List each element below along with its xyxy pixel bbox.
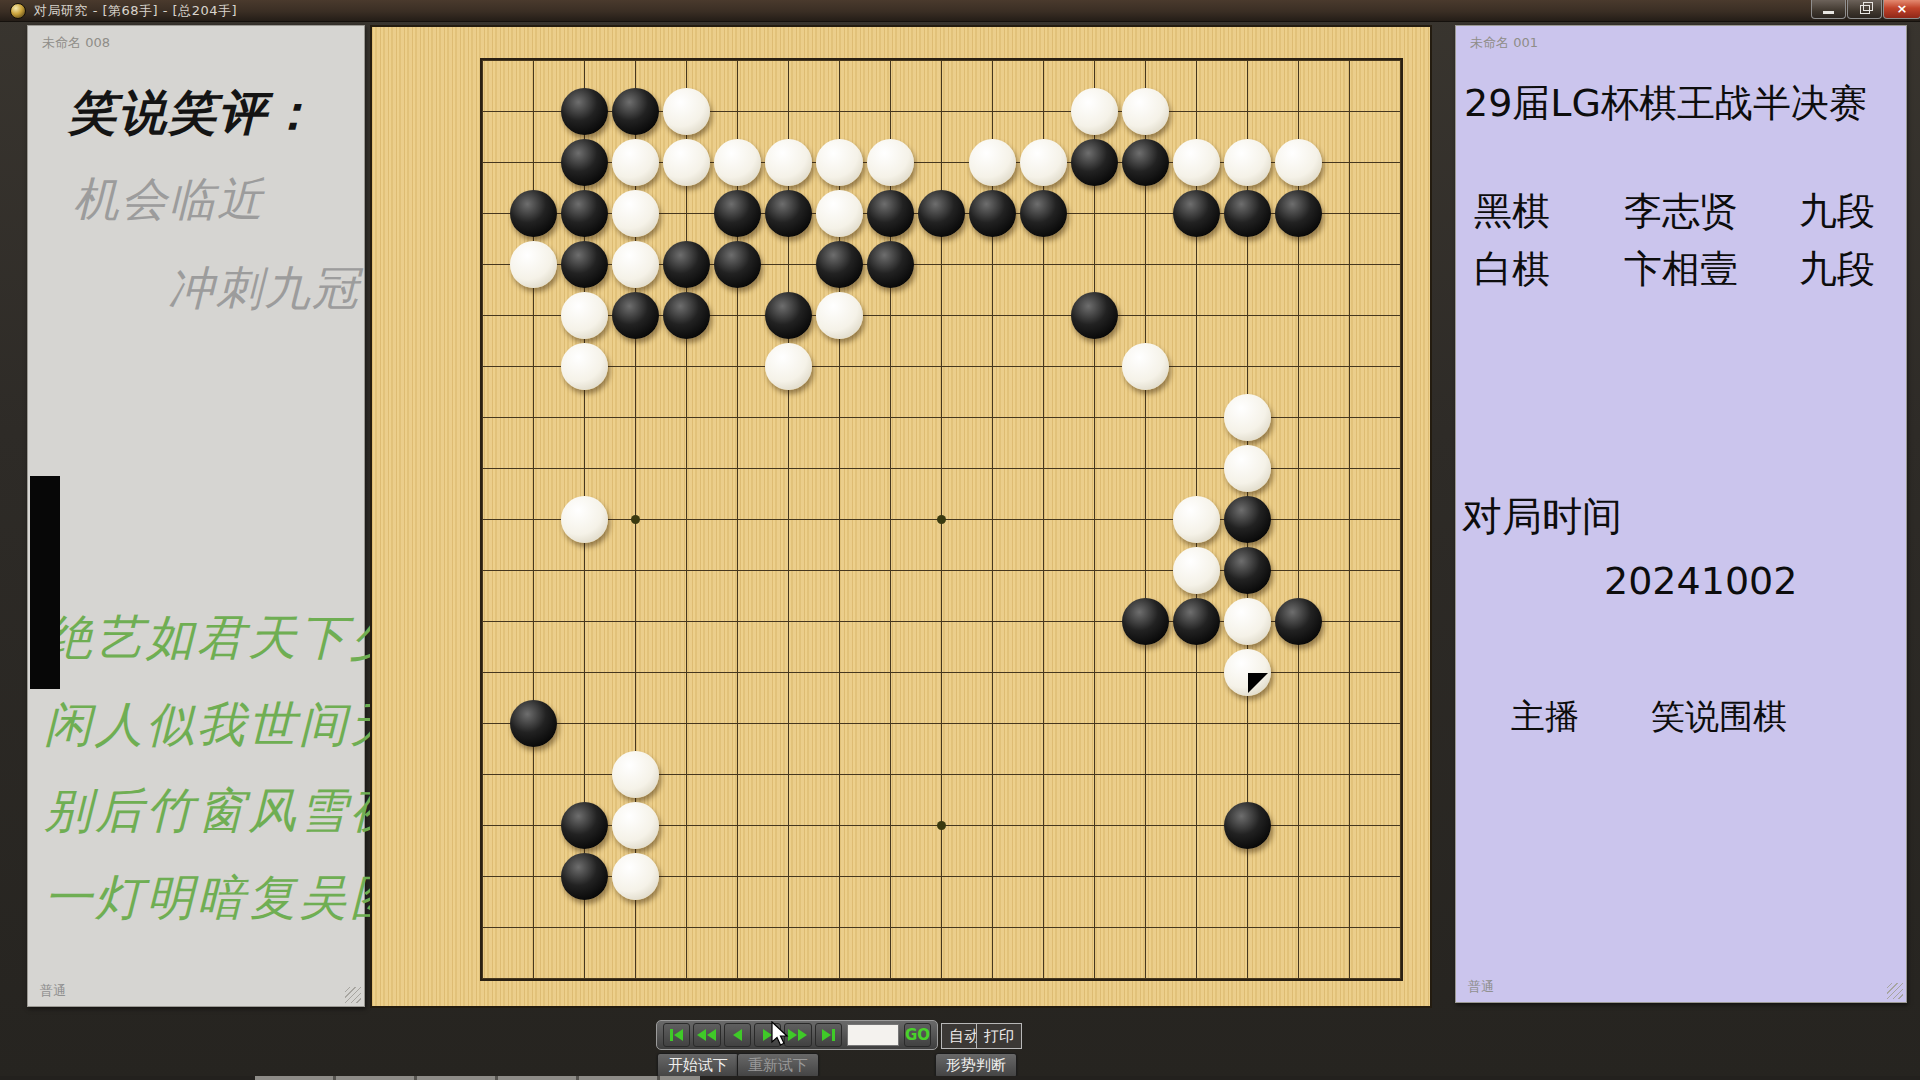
- board-cell[interactable]: [1375, 647, 1426, 698]
- board-cell[interactable]: [661, 239, 712, 290]
- board-cell[interactable]: [1222, 341, 1273, 392]
- board-cell[interactable]: [1222, 392, 1273, 443]
- board-cell[interactable]: [1222, 290, 1273, 341]
- board-cell[interactable]: [508, 596, 559, 647]
- board-cell[interactable]: [1375, 86, 1426, 137]
- board-cell[interactable]: [1171, 35, 1222, 86]
- board-cell[interactable]: [865, 545, 916, 596]
- board-cell[interactable]: [1018, 35, 1069, 86]
- board-cell[interactable]: [1069, 86, 1120, 137]
- board-cell[interactable]: [1069, 545, 1120, 596]
- board-cell[interactable]: [508, 545, 559, 596]
- board-cell[interactable]: [1018, 392, 1069, 443]
- board-cell[interactable]: [865, 749, 916, 800]
- board-cell[interactable]: [1222, 953, 1273, 1004]
- board-cell[interactable]: [865, 596, 916, 647]
- board-cell[interactable]: [610, 443, 661, 494]
- close-button[interactable]: ×: [1883, 0, 1920, 19]
- nav-first-button[interactable]: [663, 1023, 690, 1047]
- board-cell[interactable]: [814, 35, 865, 86]
- board-cell[interactable]: [1018, 851, 1069, 902]
- board-cell[interactable]: [1018, 494, 1069, 545]
- board-cell[interactable]: [967, 239, 1018, 290]
- board-cell[interactable]: [712, 443, 763, 494]
- board-cell[interactable]: [1171, 749, 1222, 800]
- board-cell[interactable]: [661, 749, 712, 800]
- board-cell[interactable]: [763, 800, 814, 851]
- board-cell[interactable]: [457, 137, 508, 188]
- board-cell[interactable]: [916, 290, 967, 341]
- board-cell[interactable]: [865, 443, 916, 494]
- board-cell[interactable]: [1222, 647, 1273, 698]
- board-cell[interactable]: [916, 596, 967, 647]
- board-cell[interactable]: [661, 392, 712, 443]
- board-cell[interactable]: [1222, 545, 1273, 596]
- board-cell[interactable]: [1069, 35, 1120, 86]
- board-cell[interactable]: [1120, 137, 1171, 188]
- board-cell[interactable]: [508, 647, 559, 698]
- board-cell[interactable]: [1273, 290, 1324, 341]
- board-cell[interactable]: [661, 188, 712, 239]
- board-cell[interactable]: [916, 137, 967, 188]
- restore-button[interactable]: [1847, 0, 1882, 19]
- board-cell[interactable]: [559, 851, 610, 902]
- board-cell[interactable]: [814, 698, 865, 749]
- board-cell[interactable]: [661, 341, 712, 392]
- board-cell[interactable]: [661, 35, 712, 86]
- nav-back-button[interactable]: [724, 1023, 751, 1047]
- board-cell[interactable]: [457, 902, 508, 953]
- board-cell[interactable]: [967, 494, 1018, 545]
- board-cell[interactable]: [1273, 698, 1324, 749]
- board-cell[interactable]: [457, 494, 508, 545]
- board-cell[interactable]: [559, 494, 610, 545]
- board-cell[interactable]: [1375, 188, 1426, 239]
- board-cell[interactable]: [610, 596, 661, 647]
- board-cell[interactable]: [967, 953, 1018, 1004]
- minimize-button[interactable]: [1811, 0, 1846, 19]
- board-cell[interactable]: [1171, 137, 1222, 188]
- board-cell[interactable]: [763, 35, 814, 86]
- go-button[interactable]: GO: [904, 1023, 931, 1047]
- board-cell[interactable]: [1018, 647, 1069, 698]
- board-cell[interactable]: [610, 392, 661, 443]
- board-cell[interactable]: [1324, 188, 1375, 239]
- board-cell[interactable]: [661, 902, 712, 953]
- board-cell[interactable]: [1018, 698, 1069, 749]
- board-cell[interactable]: [712, 290, 763, 341]
- board-cell[interactable]: [763, 698, 814, 749]
- board-cell[interactable]: [610, 86, 661, 137]
- board-cell[interactable]: [1222, 137, 1273, 188]
- board-cell[interactable]: [559, 137, 610, 188]
- board-cell[interactable]: [865, 35, 916, 86]
- board-cell[interactable]: [508, 851, 559, 902]
- board-cell[interactable]: [712, 35, 763, 86]
- board-cell[interactable]: [916, 698, 967, 749]
- board-cell[interactable]: [1120, 749, 1171, 800]
- board-cell[interactable]: [508, 749, 559, 800]
- board-cell[interactable]: [916, 35, 967, 86]
- board-cell[interactable]: [916, 239, 967, 290]
- board-cell[interactable]: [763, 545, 814, 596]
- board-cell[interactable]: [1018, 443, 1069, 494]
- board-cell[interactable]: [1120, 647, 1171, 698]
- board-cell[interactable]: [814, 902, 865, 953]
- board-cell[interactable]: [1018, 545, 1069, 596]
- board-cell[interactable]: [1069, 698, 1120, 749]
- board-cell[interactable]: [559, 290, 610, 341]
- board-cell[interactable]: [610, 341, 661, 392]
- board-cell[interactable]: [661, 443, 712, 494]
- board-cell[interactable]: [508, 392, 559, 443]
- board-cell[interactable]: [1120, 35, 1171, 86]
- board-cell[interactable]: [457, 749, 508, 800]
- board-cell[interactable]: [1273, 647, 1324, 698]
- board-cell[interactable]: [1120, 239, 1171, 290]
- board-cell[interactable]: [1018, 953, 1069, 1004]
- board-cell[interactable]: [1375, 749, 1426, 800]
- board-cell[interactable]: [559, 953, 610, 1004]
- board-cell[interactable]: [814, 188, 865, 239]
- board-cell[interactable]: [763, 953, 814, 1004]
- board-cell[interactable]: [661, 647, 712, 698]
- nav-fast-back-button[interactable]: [693, 1023, 720, 1047]
- board-cell[interactable]: [457, 290, 508, 341]
- board-cell[interactable]: [1069, 137, 1120, 188]
- board-cell[interactable]: [559, 902, 610, 953]
- board-cell[interactable]: [814, 443, 865, 494]
- board-cell[interactable]: [1324, 902, 1375, 953]
- board-cell[interactable]: [1018, 137, 1069, 188]
- board-cell[interactable]: [763, 86, 814, 137]
- board-cell[interactable]: [814, 239, 865, 290]
- board-cell[interactable]: [763, 392, 814, 443]
- board-cell[interactable]: [1171, 545, 1222, 596]
- board-cell[interactable]: [1375, 443, 1426, 494]
- board-cell[interactable]: [457, 35, 508, 86]
- board-cell[interactable]: [508, 953, 559, 1004]
- board-cell[interactable]: [763, 596, 814, 647]
- board-cell[interactable]: [763, 647, 814, 698]
- board-cell[interactable]: [1018, 902, 1069, 953]
- board-cell[interactable]: [967, 137, 1018, 188]
- board-cell[interactable]: [661, 545, 712, 596]
- board-cell[interactable]: [559, 749, 610, 800]
- board-cell[interactable]: [967, 290, 1018, 341]
- board-cell[interactable]: [814, 953, 865, 1004]
- board-cell[interactable]: [1222, 596, 1273, 647]
- board-cell[interactable]: [763, 239, 814, 290]
- board-cell[interactable]: [1324, 800, 1375, 851]
- board-cell[interactable]: [1018, 239, 1069, 290]
- board-cell[interactable]: [814, 749, 865, 800]
- board-cell[interactable]: [814, 86, 865, 137]
- board-cell[interactable]: [916, 953, 967, 1004]
- board-cell[interactable]: [865, 647, 916, 698]
- board-cell[interactable]: [1018, 800, 1069, 851]
- board-cell[interactable]: [661, 698, 712, 749]
- board-cell[interactable]: [1018, 290, 1069, 341]
- board-cell[interactable]: [1273, 851, 1324, 902]
- board-cell[interactable]: [559, 188, 610, 239]
- board-cell[interactable]: [1069, 749, 1120, 800]
- board-cell[interactable]: [1018, 596, 1069, 647]
- board-cell[interactable]: [610, 953, 661, 1004]
- board-cell[interactable]: [508, 341, 559, 392]
- board-cell[interactable]: [916, 851, 967, 902]
- board-cell[interactable]: [457, 647, 508, 698]
- board-cell[interactable]: [661, 494, 712, 545]
- board-cell[interactable]: [1171, 698, 1222, 749]
- board-cell[interactable]: [457, 545, 508, 596]
- board-cell[interactable]: [763, 443, 814, 494]
- board-cell[interactable]: [1273, 953, 1324, 1004]
- board-cell[interactable]: [814, 800, 865, 851]
- board-cell[interactable]: [1222, 902, 1273, 953]
- board-cell[interactable]: [1273, 35, 1324, 86]
- board-cell[interactable]: [1069, 800, 1120, 851]
- board-cell[interactable]: [508, 443, 559, 494]
- board-cell[interactable]: [610, 749, 661, 800]
- board-cell[interactable]: [967, 188, 1018, 239]
- board-cell[interactable]: [1324, 239, 1375, 290]
- board-cell[interactable]: [763, 290, 814, 341]
- board-cell[interactable]: [508, 86, 559, 137]
- board-cell[interactable]: [1120, 188, 1171, 239]
- board-cell[interactable]: [1375, 392, 1426, 443]
- board-cell[interactable]: [1324, 392, 1375, 443]
- board-cell[interactable]: [1375, 341, 1426, 392]
- board-cell[interactable]: [508, 290, 559, 341]
- board-cell[interactable]: [661, 851, 712, 902]
- board-cell[interactable]: [1324, 953, 1375, 1004]
- board-cell[interactable]: [712, 596, 763, 647]
- board-cell[interactable]: [814, 290, 865, 341]
- board-cell[interactable]: [916, 341, 967, 392]
- board-cell[interactable]: [916, 545, 967, 596]
- board-cell[interactable]: [916, 392, 967, 443]
- board-cell[interactable]: [967, 800, 1018, 851]
- board-cell[interactable]: [712, 188, 763, 239]
- board-cell[interactable]: [712, 392, 763, 443]
- board-cell[interactable]: [763, 902, 814, 953]
- board-cell[interactable]: [814, 647, 865, 698]
- board-cell[interactable]: [1273, 239, 1324, 290]
- board-cell[interactable]: [967, 35, 1018, 86]
- board-cell[interactable]: [508, 494, 559, 545]
- board-cell[interactable]: [1069, 392, 1120, 443]
- board-cell[interactable]: [457, 698, 508, 749]
- board-cell[interactable]: [1222, 851, 1273, 902]
- board-cell[interactable]: [814, 545, 865, 596]
- board-cell[interactable]: [457, 239, 508, 290]
- board-cell[interactable]: [1069, 953, 1120, 1004]
- board-cell[interactable]: [610, 35, 661, 86]
- board-cell[interactable]: [457, 953, 508, 1004]
- board-cell[interactable]: [661, 137, 712, 188]
- board-cell[interactable]: [1222, 188, 1273, 239]
- board-cell[interactable]: [967, 443, 1018, 494]
- board-cell[interactable]: [1120, 953, 1171, 1004]
- board-cell[interactable]: [1273, 392, 1324, 443]
- board-cell[interactable]: [1222, 35, 1273, 86]
- board-cell[interactable]: [610, 239, 661, 290]
- nav-last-button[interactable]: [815, 1023, 842, 1047]
- board-cell[interactable]: [1171, 341, 1222, 392]
- board-cell[interactable]: [967, 749, 1018, 800]
- board-cell[interactable]: [1069, 443, 1120, 494]
- board-cell[interactable]: [1375, 902, 1426, 953]
- board-cell[interactable]: [610, 137, 661, 188]
- board-cell[interactable]: [457, 188, 508, 239]
- board-cell[interactable]: [1222, 698, 1273, 749]
- board-cell[interactable]: [559, 392, 610, 443]
- board-cell[interactable]: [814, 341, 865, 392]
- board-cell[interactable]: [712, 800, 763, 851]
- board-cell[interactable]: [457, 800, 508, 851]
- board-cell[interactable]: [712, 494, 763, 545]
- board-cell[interactable]: [457, 851, 508, 902]
- board-cell[interactable]: [559, 647, 610, 698]
- board-cell[interactable]: [610, 290, 661, 341]
- board-cell[interactable]: [1069, 290, 1120, 341]
- board-cell[interactable]: [865, 341, 916, 392]
- board-cell[interactable]: [712, 137, 763, 188]
- board-cell[interactable]: [1120, 290, 1171, 341]
- board-cell[interactable]: [814, 596, 865, 647]
- board-cell[interactable]: [1171, 188, 1222, 239]
- board-cell[interactable]: [865, 953, 916, 1004]
- board-cell[interactable]: [508, 800, 559, 851]
- board-cell[interactable]: [865, 137, 916, 188]
- board-cell[interactable]: [1120, 443, 1171, 494]
- board-cell[interactable]: [1324, 596, 1375, 647]
- print-button[interactable]: 打印: [976, 1023, 1022, 1049]
- board-cell[interactable]: [559, 239, 610, 290]
- board-cell[interactable]: [967, 698, 1018, 749]
- board-cell[interactable]: [967, 596, 1018, 647]
- board-cell[interactable]: [1069, 596, 1120, 647]
- board-cell[interactable]: [1018, 86, 1069, 137]
- board-cell[interactable]: [1018, 749, 1069, 800]
- board-cell[interactable]: [1273, 137, 1324, 188]
- board-cell[interactable]: [967, 86, 1018, 137]
- board-cell[interactable]: [763, 188, 814, 239]
- board-cell[interactable]: [916, 902, 967, 953]
- board-cell[interactable]: [814, 392, 865, 443]
- board-cell[interactable]: [1069, 239, 1120, 290]
- board-cell[interactable]: [1273, 341, 1324, 392]
- board-cell[interactable]: [1222, 443, 1273, 494]
- board-cell[interactable]: [1171, 494, 1222, 545]
- board-cell[interactable]: [610, 494, 661, 545]
- collapsed-panel-tab[interactable]: [30, 476, 60, 689]
- board-cell[interactable]: [1324, 290, 1375, 341]
- board-cell[interactable]: [661, 596, 712, 647]
- board-cell[interactable]: [1273, 443, 1324, 494]
- board-cell[interactable]: [1324, 341, 1375, 392]
- board-cell[interactable]: [1375, 851, 1426, 902]
- board-cell[interactable]: [1222, 494, 1273, 545]
- board-cell[interactable]: [457, 341, 508, 392]
- board-cell[interactable]: [916, 647, 967, 698]
- board-cell[interactable]: [1324, 494, 1375, 545]
- board-cell[interactable]: [1171, 800, 1222, 851]
- board-cell[interactable]: [1120, 596, 1171, 647]
- board-cell[interactable]: [1120, 341, 1171, 392]
- board-cell[interactable]: [508, 902, 559, 953]
- board-cell[interactable]: [967, 545, 1018, 596]
- board-cell[interactable]: [1069, 341, 1120, 392]
- board-cell[interactable]: [1375, 35, 1426, 86]
- board-cell[interactable]: [967, 341, 1018, 392]
- board-cell[interactable]: [763, 851, 814, 902]
- board-cell[interactable]: [1324, 137, 1375, 188]
- position-judge-button[interactable]: 形势判断: [935, 1053, 1017, 1078]
- board-cell[interactable]: [1324, 86, 1375, 137]
- board-cell[interactable]: [610, 545, 661, 596]
- board-cell[interactable]: [1171, 239, 1222, 290]
- board-cell[interactable]: [457, 392, 508, 443]
- board-cell[interactable]: [508, 35, 559, 86]
- board-cell[interactable]: [1018, 188, 1069, 239]
- board-cell[interactable]: [865, 494, 916, 545]
- board-cell[interactable]: [457, 596, 508, 647]
- board-cell[interactable]: [865, 800, 916, 851]
- board-cell[interactable]: [1324, 35, 1375, 86]
- board-cell[interactable]: [1120, 392, 1171, 443]
- board-cell[interactable]: [1120, 86, 1171, 137]
- board-cell[interactable]: [1069, 851, 1120, 902]
- board-cell[interactable]: [1324, 698, 1375, 749]
- board-cell[interactable]: [916, 494, 967, 545]
- board-cell[interactable]: [916, 749, 967, 800]
- board-cell[interactable]: [1171, 953, 1222, 1004]
- board-cell[interactable]: [763, 137, 814, 188]
- board-cell[interactable]: [1069, 902, 1120, 953]
- board-cell[interactable]: [1273, 902, 1324, 953]
- board-cell[interactable]: [712, 902, 763, 953]
- board-cell[interactable]: [1273, 188, 1324, 239]
- board-cell[interactable]: [865, 698, 916, 749]
- left-resize-grip[interactable]: [345, 987, 361, 1003]
- board-cell[interactable]: [763, 494, 814, 545]
- board-cell[interactable]: [1375, 239, 1426, 290]
- board-cell[interactable]: [814, 137, 865, 188]
- board-cell[interactable]: [559, 35, 610, 86]
- board-cell[interactable]: [967, 902, 1018, 953]
- board-cell[interactable]: [1069, 188, 1120, 239]
- board-cell[interactable]: [508, 698, 559, 749]
- board-cell[interactable]: [712, 698, 763, 749]
- board-cell[interactable]: [661, 86, 712, 137]
- board-cell[interactable]: [559, 698, 610, 749]
- board-cell[interactable]: [559, 443, 610, 494]
- board-cell[interactable]: [1120, 698, 1171, 749]
- board-cell[interactable]: [1120, 800, 1171, 851]
- board-cell[interactable]: [916, 188, 967, 239]
- board-cell[interactable]: [559, 800, 610, 851]
- board-cell[interactable]: [1171, 647, 1222, 698]
- board-cell[interactable]: [661, 953, 712, 1004]
- board-cell[interactable]: [1273, 800, 1324, 851]
- board-cell[interactable]: [1120, 545, 1171, 596]
- board-cell[interactable]: [559, 86, 610, 137]
- board-cell[interactable]: [1222, 800, 1273, 851]
- board-cell[interactable]: [865, 392, 916, 443]
- board-cell[interactable]: [1273, 86, 1324, 137]
